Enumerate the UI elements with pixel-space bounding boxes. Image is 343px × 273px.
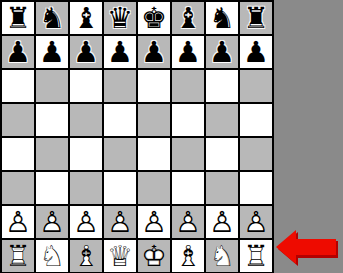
red-left-arrow-icon: [275, 228, 339, 267]
square-d6[interactable]: [104, 70, 136, 102]
square-d7[interactable]: ♟: [104, 36, 136, 68]
square-h4[interactable]: [240, 138, 272, 170]
square-c4[interactable]: [70, 138, 102, 170]
square-d2[interactable]: ♟♙: [104, 206, 136, 238]
black-pawn: ♟: [70, 36, 102, 68]
square-b5[interactable]: [36, 104, 68, 136]
white-pawn: ♟♙: [2, 206, 34, 238]
square-g8[interactable]: ♞: [206, 2, 238, 34]
square-g7[interactable]: ♟: [206, 36, 238, 68]
square-f1[interactable]: ♝♗: [172, 240, 204, 272]
square-f3[interactable]: [172, 172, 204, 204]
square-c2[interactable]: ♟♙: [70, 206, 102, 238]
square-g4[interactable]: [206, 138, 238, 170]
square-b1[interactable]: ♞♘: [36, 240, 68, 272]
black-bishop: ♝: [70, 2, 102, 34]
square-c5[interactable]: [70, 104, 102, 136]
square-a7[interactable]: ♟: [2, 36, 34, 68]
square-e4[interactable]: [138, 138, 170, 170]
white-pawn: ♟♙: [240, 206, 272, 238]
square-a1[interactable]: ♜♖: [2, 240, 34, 272]
square-g5[interactable]: [206, 104, 238, 136]
white-bishop: ♝♗: [70, 240, 102, 272]
black-pawn: ♟: [240, 36, 272, 68]
black-queen: ♛: [104, 2, 136, 34]
square-a4[interactable]: [2, 138, 34, 170]
chess-app-screenshot: { "game": "chess", "position": { "fen": …: [0, 0, 343, 273]
square-b4[interactable]: [36, 138, 68, 170]
black-bishop: ♝: [172, 2, 204, 34]
black-rook: ♜: [240, 2, 272, 34]
square-a3[interactable]: [2, 172, 34, 204]
square-b7[interactable]: ♟: [36, 36, 68, 68]
square-e7[interactable]: ♟: [138, 36, 170, 68]
square-h7[interactable]: ♟: [240, 36, 272, 68]
black-king: ♚: [138, 2, 170, 34]
square-b2[interactable]: ♟♙: [36, 206, 68, 238]
black-rook: ♜: [2, 2, 34, 34]
white-king: ♚♔: [138, 240, 170, 272]
white-pawn: ♟♙: [36, 206, 68, 238]
square-a6[interactable]: [2, 70, 34, 102]
square-d1[interactable]: ♛♕: [104, 240, 136, 272]
white-rook: ♜♖: [240, 240, 272, 272]
black-pawn: ♟: [104, 36, 136, 68]
square-b8[interactable]: ♞: [36, 2, 68, 34]
black-pawn: ♟: [2, 36, 34, 68]
black-pawn: ♟: [36, 36, 68, 68]
square-g1[interactable]: ♞♘: [206, 240, 238, 272]
square-b3[interactable]: [36, 172, 68, 204]
square-g3[interactable]: [206, 172, 238, 204]
square-c7[interactable]: ♟: [70, 36, 102, 68]
black-knight: ♞: [206, 2, 238, 34]
square-h6[interactable]: [240, 70, 272, 102]
square-f6[interactable]: [172, 70, 204, 102]
square-a8[interactable]: ♜: [2, 2, 34, 34]
square-e1[interactable]: ♚♔: [138, 240, 170, 272]
square-a2[interactable]: ♟♙: [2, 206, 34, 238]
white-pawn: ♟♙: [104, 206, 136, 238]
black-pawn: ♟: [206, 36, 238, 68]
square-f7[interactable]: ♟: [172, 36, 204, 68]
square-c3[interactable]: [70, 172, 102, 204]
square-g6[interactable]: [206, 70, 238, 102]
square-e6[interactable]: [138, 70, 170, 102]
square-f2[interactable]: ♟♙: [172, 206, 204, 238]
white-knight: ♞♘: [36, 240, 68, 272]
square-d3[interactable]: [104, 172, 136, 204]
square-e8[interactable]: ♚: [138, 2, 170, 34]
chess-board: ♜♞♝♛♚♝♞♜♟♟♟♟♟♟♟♟♟♙♟♙♟♙♟♙♟♙♟♙♟♙♟♙♜♖♞♘♝♗♛♕…: [0, 0, 274, 273]
white-bishop: ♝♗: [172, 240, 204, 272]
red-arrow-shape: [276, 230, 336, 264]
white-queen: ♛♕: [104, 240, 136, 272]
square-h1[interactable]: ♜♖: [240, 240, 272, 272]
square-f5[interactable]: [172, 104, 204, 136]
square-e5[interactable]: [138, 104, 170, 136]
square-f8[interactable]: ♝: [172, 2, 204, 34]
square-e2[interactable]: ♟♙: [138, 206, 170, 238]
square-c8[interactable]: ♝: [70, 2, 102, 34]
square-h2[interactable]: ♟♙: [240, 206, 272, 238]
white-knight: ♞♘: [206, 240, 238, 272]
square-b6[interactable]: [36, 70, 68, 102]
white-rook: ♜♖: [2, 240, 34, 272]
black-knight: ♞: [36, 2, 68, 34]
square-e3[interactable]: [138, 172, 170, 204]
red-arrow-annotation: [275, 228, 339, 267]
white-pawn: ♟♙: [172, 206, 204, 238]
square-c6[interactable]: [70, 70, 102, 102]
black-pawn: ♟: [172, 36, 204, 68]
square-a5[interactable]: [2, 104, 34, 136]
square-f4[interactable]: [172, 138, 204, 170]
square-g2[interactable]: ♟♙: [206, 206, 238, 238]
square-d8[interactable]: ♛: [104, 2, 136, 34]
white-pawn: ♟♙: [206, 206, 238, 238]
white-pawn: ♟♙: [70, 206, 102, 238]
square-h3[interactable]: [240, 172, 272, 204]
square-d5[interactable]: [104, 104, 136, 136]
white-pawn: ♟♙: [138, 206, 170, 238]
square-h5[interactable]: [240, 104, 272, 136]
square-d4[interactable]: [104, 138, 136, 170]
square-c1[interactable]: ♝♗: [70, 240, 102, 272]
black-pawn: ♟: [138, 36, 170, 68]
square-h8[interactable]: ♜: [240, 2, 272, 34]
